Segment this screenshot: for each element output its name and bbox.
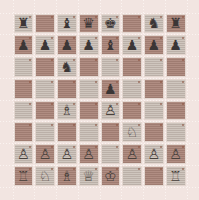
square-f5[interactable] [121, 78, 143, 100]
piece-black-pawn: ♟ [126, 38, 139, 52]
stamp-b4 [35, 101, 55, 121]
stamp-h3 [166, 122, 186, 142]
piece-black-queen: ♛ [82, 16, 95, 30]
square-h1[interactable]: ♖ [165, 165, 187, 187]
square-d5[interactable] [78, 78, 100, 100]
stamp-e4: ♙ [101, 101, 121, 121]
stamp-b2: ♙ [35, 144, 55, 164]
piece-black-pawn: ♟ [17, 38, 30, 52]
piece-white-pawn: ♙ [169, 146, 182, 160]
square-c6[interactable]: ♞ [56, 56, 78, 78]
square-g6[interactable] [143, 56, 165, 78]
square-d7[interactable]: ♟ [78, 34, 100, 56]
stamp-g1 [144, 166, 164, 186]
square-c8[interactable]: ♝ [56, 13, 78, 35]
stamp-c7: ♟ [57, 35, 77, 55]
stamp-e8: ♚ [101, 14, 121, 34]
stamp-c1: ♗ [57, 166, 77, 186]
stamp-f6 [122, 57, 142, 77]
square-f2[interactable]: ♙ [121, 143, 143, 165]
stamp-f8 [122, 14, 142, 34]
square-b8[interactable] [34, 13, 56, 35]
square-f3[interactable]: ♘ [121, 121, 143, 143]
square-e5[interactable]: ♟ [100, 78, 122, 100]
square-a5[interactable] [13, 78, 35, 100]
piece-black-pawn: ♟ [39, 38, 52, 52]
square-e1[interactable]: ♔ [100, 165, 122, 187]
stamp-f7: ♟ [122, 35, 142, 55]
stamp-d3 [79, 122, 99, 142]
square-c4[interactable]: ♗ [56, 100, 78, 122]
stamp-b6 [35, 57, 55, 77]
piece-white-queen: ♕ [82, 168, 95, 182]
stamp-b3 [35, 122, 55, 142]
square-h8[interactable]: ♜ [165, 13, 187, 35]
piece-black-rook: ♜ [169, 16, 182, 30]
perforation-line-horizontal [0, 187, 199, 188]
piece-black-king: ♚ [104, 16, 117, 30]
stamp-f4 [122, 101, 142, 121]
stamp-c6: ♞ [57, 57, 77, 77]
stamp-h5 [166, 79, 186, 99]
stamp-b7: ♟ [35, 35, 55, 55]
perforation-line-vertical [187, 0, 188, 200]
square-f8[interactable] [121, 13, 143, 35]
square-f6[interactable] [121, 56, 143, 78]
square-d4[interactable] [78, 100, 100, 122]
piece-black-knight: ♞ [61, 59, 74, 73]
piece-black-bishop: ♝ [104, 38, 117, 52]
stamp-h1: ♖ [166, 166, 186, 186]
stamp-f1 [122, 166, 142, 186]
stamp-g6 [144, 57, 164, 77]
piece-white-king: ♔ [104, 168, 117, 182]
square-h7[interactable]: ♟ [165, 34, 187, 56]
stamp-e5: ♟ [101, 79, 121, 99]
square-h6[interactable] [165, 56, 187, 78]
stamp-h6 [166, 57, 186, 77]
square-e8[interactable]: ♚ [100, 13, 122, 35]
stamp-g2: ♙ [144, 144, 164, 164]
square-a1[interactable]: ♖ [13, 165, 35, 187]
piece-white-knight: ♘ [126, 125, 139, 139]
piece-white-pawn: ♙ [148, 146, 161, 160]
stamp-e7: ♝ [101, 35, 121, 55]
square-d2[interactable]: ♙ [78, 143, 100, 165]
stamp-h4 [166, 101, 186, 121]
square-h5[interactable] [165, 78, 187, 100]
stamp-h7: ♟ [166, 35, 186, 55]
square-h4[interactable] [165, 100, 187, 122]
square-f1[interactable] [121, 165, 143, 187]
piece-black-pawn: ♟ [169, 38, 182, 52]
square-a3[interactable] [13, 121, 35, 143]
square-b6[interactable] [34, 56, 56, 78]
stamp-f5 [122, 79, 142, 99]
square-g8[interactable]: ♞ [143, 13, 165, 35]
square-a6[interactable] [13, 56, 35, 78]
chess-board: ♜♝♛♚♞♜♟♟♟♟♝♟♟♟♞♟♗♙♘♙♙♙♙♙♙♙♖♘♗♕♔♖ [13, 13, 187, 187]
square-b5[interactable] [34, 78, 56, 100]
square-e2[interactable] [100, 143, 122, 165]
piece-white-pawn: ♙ [126, 146, 139, 160]
square-c5[interactable] [56, 78, 78, 100]
piece-white-bishop: ♗ [61, 168, 74, 182]
stamp-sheet-chessboard: ♜♝♛♚♞♜♟♟♟♟♝♟♟♟♞♟♗♙♘♙♙♙♙♙♙♙♖♘♗♕♔♖ [0, 0, 199, 200]
square-d3[interactable] [78, 121, 100, 143]
square-a4[interactable] [13, 100, 35, 122]
square-e4[interactable]: ♙ [100, 100, 122, 122]
square-g4[interactable] [143, 100, 165, 122]
square-f4[interactable] [121, 100, 143, 122]
square-d1[interactable]: ♕ [78, 165, 100, 187]
square-b4[interactable] [34, 100, 56, 122]
stamp-a2: ♙ [14, 144, 34, 164]
square-c2[interactable]: ♙ [56, 143, 78, 165]
square-e7[interactable]: ♝ [100, 34, 122, 56]
square-b3[interactable] [34, 121, 56, 143]
stamp-d2: ♙ [79, 144, 99, 164]
stamp-a7: ♟ [14, 35, 34, 55]
square-b7[interactable]: ♟ [34, 34, 56, 56]
stamp-d7: ♟ [79, 35, 99, 55]
stamp-a1: ♖ [14, 166, 34, 186]
stamp-f2: ♙ [122, 144, 142, 164]
square-a2[interactable]: ♙ [13, 143, 35, 165]
stamp-b8 [35, 14, 55, 34]
stamp-a5 [14, 79, 34, 99]
square-g3[interactable] [143, 121, 165, 143]
stamp-a8: ♜ [14, 14, 34, 34]
square-b1[interactable]: ♘ [34, 165, 56, 187]
piece-black-pawn: ♟ [104, 81, 117, 95]
piece-white-bishop: ♗ [61, 103, 74, 117]
piece-white-rook: ♖ [17, 168, 30, 182]
stamp-d5 [79, 79, 99, 99]
stamp-a3 [14, 122, 34, 142]
piece-white-pawn: ♙ [61, 146, 74, 160]
piece-white-pawn: ♙ [17, 146, 30, 160]
square-a7[interactable]: ♟ [13, 34, 35, 56]
square-b2[interactable]: ♙ [34, 143, 56, 165]
piece-black-pawn: ♟ [82, 38, 95, 52]
stamp-h2: ♙ [166, 144, 186, 164]
stamp-e1: ♔ [101, 166, 121, 186]
stamp-f3: ♘ [122, 122, 142, 142]
stamp-g4 [144, 101, 164, 121]
square-c7[interactable]: ♟ [56, 34, 78, 56]
stamp-g3 [144, 122, 164, 142]
square-g1[interactable] [143, 165, 165, 187]
square-h3[interactable] [165, 121, 187, 143]
stamp-a6 [14, 57, 34, 77]
stamp-h8: ♜ [166, 14, 186, 34]
stamp-d4 [79, 101, 99, 121]
stamp-e2 [101, 144, 121, 164]
stamp-d8: ♛ [79, 14, 99, 34]
square-g7[interactable]: ♟ [143, 34, 165, 56]
stamp-g8: ♞ [144, 14, 164, 34]
piece-black-rook: ♜ [17, 16, 30, 30]
square-g5[interactable] [143, 78, 165, 100]
stamp-c3 [57, 122, 77, 142]
piece-white-pawn: ♙ [104, 103, 117, 117]
piece-black-bishop: ♝ [61, 16, 74, 30]
square-g2[interactable]: ♙ [143, 143, 165, 165]
square-c3[interactable] [56, 121, 78, 143]
stamp-e6 [101, 57, 121, 77]
square-h2[interactable]: ♙ [165, 143, 187, 165]
stamp-e3 [101, 122, 121, 142]
square-c1[interactable]: ♗ [56, 165, 78, 187]
stamp-b5 [35, 79, 55, 99]
stamp-g7: ♟ [144, 35, 164, 55]
stamp-d1: ♕ [79, 166, 99, 186]
square-d6[interactable] [78, 56, 100, 78]
square-f7[interactable]: ♟ [121, 34, 143, 56]
piece-black-knight: ♞ [148, 16, 161, 30]
stamp-c8: ♝ [57, 14, 77, 34]
piece-white-pawn: ♙ [82, 146, 95, 160]
square-e6[interactable] [100, 56, 122, 78]
piece-white-knight: ♘ [39, 168, 52, 182]
square-e3[interactable] [100, 121, 122, 143]
stamp-c5 [57, 79, 77, 99]
stamp-d6 [79, 57, 99, 77]
stamp-g5 [144, 79, 164, 99]
piece-white-pawn: ♙ [39, 146, 52, 160]
stamp-b1: ♘ [35, 166, 55, 186]
stamp-c4: ♗ [57, 101, 77, 121]
piece-white-rook: ♖ [169, 168, 182, 182]
square-a8[interactable]: ♜ [13, 13, 35, 35]
piece-black-pawn: ♟ [148, 38, 161, 52]
square-d8[interactable]: ♛ [78, 13, 100, 35]
stamp-c2: ♙ [57, 144, 77, 164]
piece-black-pawn: ♟ [61, 38, 74, 52]
stamp-a4 [14, 101, 34, 121]
